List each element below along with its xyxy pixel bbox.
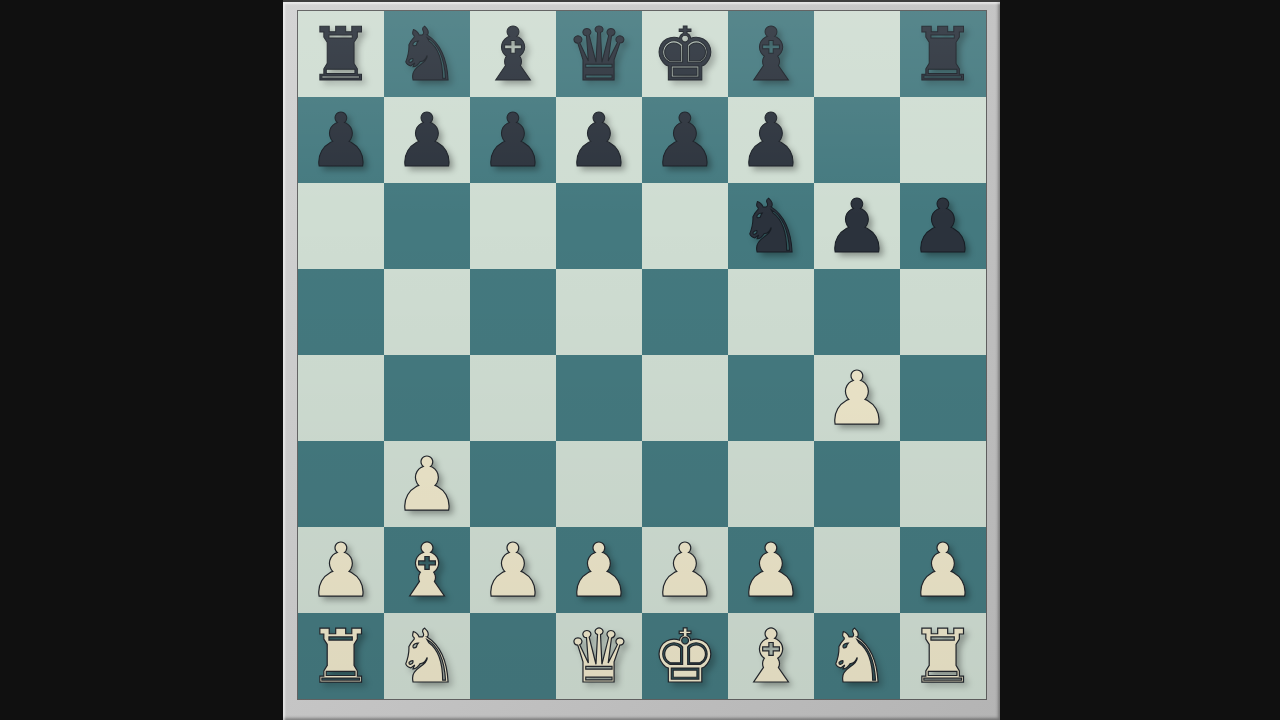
white-rook[interactable]: ♜ — [298, 613, 384, 699]
white-pawn[interactable]: ♟ — [642, 527, 728, 613]
white-rook[interactable]: ♜ — [900, 613, 986, 699]
black-pawn[interactable]: ♟ — [556, 97, 642, 183]
square-f2[interactable]: ♟ — [728, 527, 814, 613]
white-pawn[interactable]: ♟ — [384, 441, 470, 527]
square-f3[interactable] — [728, 441, 814, 527]
white-pawn[interactable]: ♟ — [298, 527, 384, 613]
square-e1[interactable]: ♚ — [642, 613, 728, 699]
square-b8[interactable]: ♞ — [384, 11, 470, 97]
square-d8[interactable]: ♛ — [556, 11, 642, 97]
square-b3[interactable]: ♟ — [384, 441, 470, 527]
white-bishop[interactable]: ♝ — [728, 613, 814, 699]
square-c7[interactable]: ♟ — [470, 97, 556, 183]
square-e6[interactable] — [642, 183, 728, 269]
square-h4[interactable] — [900, 355, 986, 441]
black-bishop[interactable]: ♝ — [728, 11, 814, 97]
square-a7[interactable]: ♟ — [298, 97, 384, 183]
square-b7[interactable]: ♟ — [384, 97, 470, 183]
square-b5[interactable] — [384, 269, 470, 355]
square-g5[interactable] — [814, 269, 900, 355]
square-f1[interactable]: ♝ — [728, 613, 814, 699]
square-h6[interactable]: ♟ — [900, 183, 986, 269]
white-bishop[interactable]: ♝ — [384, 527, 470, 613]
black-king[interactable]: ♚ — [642, 11, 728, 97]
white-pawn[interactable]: ♟ — [900, 527, 986, 613]
square-c1[interactable] — [470, 613, 556, 699]
square-b2[interactable]: ♝ — [384, 527, 470, 613]
square-a5[interactable] — [298, 269, 384, 355]
black-pawn[interactable]: ♟ — [814, 183, 900, 269]
square-d2[interactable]: ♟ — [556, 527, 642, 613]
chess-board: ♜♞♝♛♚♝♜♟♟♟♟♟♟♞♟♟♟♟♟♝♟♟♟♟♟♜♞♛♚♝♞♜ — [298, 11, 986, 699]
white-knight[interactable]: ♞ — [384, 613, 470, 699]
square-h8[interactable]: ♜ — [900, 11, 986, 97]
square-a4[interactable] — [298, 355, 384, 441]
square-a1[interactable]: ♜ — [298, 613, 384, 699]
square-e5[interactable] — [642, 269, 728, 355]
black-bishop[interactable]: ♝ — [470, 11, 556, 97]
square-f6[interactable]: ♞ — [728, 183, 814, 269]
square-d4[interactable] — [556, 355, 642, 441]
square-g4[interactable]: ♟ — [814, 355, 900, 441]
black-knight[interactable]: ♞ — [728, 183, 814, 269]
square-g2[interactable] — [814, 527, 900, 613]
white-queen[interactable]: ♛ — [556, 613, 642, 699]
square-f7[interactable]: ♟ — [728, 97, 814, 183]
white-king[interactable]: ♚ — [642, 613, 728, 699]
square-h3[interactable] — [900, 441, 986, 527]
black-queen[interactable]: ♛ — [556, 11, 642, 97]
square-d5[interactable] — [556, 269, 642, 355]
square-a6[interactable] — [298, 183, 384, 269]
black-knight[interactable]: ♞ — [384, 11, 470, 97]
square-d6[interactable] — [556, 183, 642, 269]
square-e2[interactable]: ♟ — [642, 527, 728, 613]
square-c2[interactable]: ♟ — [470, 527, 556, 613]
square-a2[interactable]: ♟ — [298, 527, 384, 613]
square-g1[interactable]: ♞ — [814, 613, 900, 699]
square-h1[interactable]: ♜ — [900, 613, 986, 699]
square-f4[interactable] — [728, 355, 814, 441]
square-h7[interactable] — [900, 97, 986, 183]
square-h2[interactable]: ♟ — [900, 527, 986, 613]
square-g6[interactable]: ♟ — [814, 183, 900, 269]
page-background: ♜♞♝♛♚♝♜♟♟♟♟♟♟♞♟♟♟♟♟♝♟♟♟♟♟♜♞♛♚♝♞♜ — [0, 0, 1280, 720]
square-c5[interactable] — [470, 269, 556, 355]
square-e3[interactable] — [642, 441, 728, 527]
square-e4[interactable] — [642, 355, 728, 441]
white-knight[interactable]: ♞ — [814, 613, 900, 699]
square-g8[interactable] — [814, 11, 900, 97]
black-pawn[interactable]: ♟ — [470, 97, 556, 183]
square-d7[interactable]: ♟ — [556, 97, 642, 183]
black-pawn[interactable]: ♟ — [642, 97, 728, 183]
square-a8[interactable]: ♜ — [298, 11, 384, 97]
square-c4[interactable] — [470, 355, 556, 441]
square-g7[interactable] — [814, 97, 900, 183]
board-frame: ♜♞♝♛♚♝♜♟♟♟♟♟♟♞♟♟♟♟♟♝♟♟♟♟♟♜♞♛♚♝♞♜ — [283, 0, 1000, 720]
square-c3[interactable] — [470, 441, 556, 527]
black-pawn[interactable]: ♟ — [900, 183, 986, 269]
black-rook[interactable]: ♜ — [298, 11, 384, 97]
square-d3[interactable] — [556, 441, 642, 527]
white-pawn[interactable]: ♟ — [470, 527, 556, 613]
square-b4[interactable] — [384, 355, 470, 441]
black-pawn[interactable]: ♟ — [728, 97, 814, 183]
white-pawn[interactable]: ♟ — [814, 355, 900, 441]
white-pawn[interactable]: ♟ — [556, 527, 642, 613]
square-f5[interactable] — [728, 269, 814, 355]
square-c8[interactable]: ♝ — [470, 11, 556, 97]
square-f8[interactable]: ♝ — [728, 11, 814, 97]
square-e8[interactable]: ♚ — [642, 11, 728, 97]
black-rook[interactable]: ♜ — [900, 11, 986, 97]
square-b1[interactable]: ♞ — [384, 613, 470, 699]
square-c6[interactable] — [470, 183, 556, 269]
black-pawn[interactable]: ♟ — [384, 97, 470, 183]
square-h5[interactable] — [900, 269, 986, 355]
square-a3[interactable] — [298, 441, 384, 527]
square-d1[interactable]: ♛ — [556, 613, 642, 699]
white-pawn[interactable]: ♟ — [728, 527, 814, 613]
black-pawn[interactable]: ♟ — [298, 97, 384, 183]
square-b6[interactable] — [384, 183, 470, 269]
square-e7[interactable]: ♟ — [642, 97, 728, 183]
square-g3[interactable] — [814, 441, 900, 527]
